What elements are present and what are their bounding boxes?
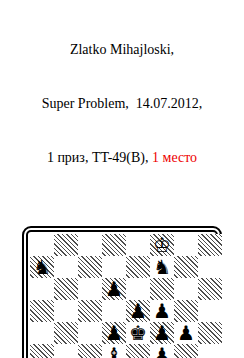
square-a3 — [30, 344, 54, 358]
square-a7: ♞ — [30, 256, 54, 278]
square-a4 — [30, 322, 54, 344]
chess-board: ♔♞♞♟♟♟♟♚♟♟♝♟♙♟♗♜ — [30, 234, 222, 358]
award-place-highlight: 1 место — [152, 150, 197, 165]
square-h7 — [198, 256, 222, 278]
square-h8 — [198, 234, 222, 256]
square-h6 — [198, 278, 222, 300]
board-outer-frame: ♔♞♞♟♟♟♟♚♟♟♝♟♙♟♗♜ — [22, 226, 222, 358]
square-c3 — [78, 344, 102, 358]
black-pawn-f3: ♟ — [153, 344, 171, 358]
square-d7 — [102, 256, 126, 278]
square-b4 — [54, 322, 78, 344]
square-f4: ♟ — [150, 322, 174, 344]
square-c8 — [78, 234, 102, 256]
square-d8 — [102, 234, 126, 256]
source-and-date: Super Problem, 14.07.2012, — [0, 95, 244, 113]
square-g3 — [174, 344, 198, 358]
square-d3: ♝ — [102, 344, 126, 358]
square-c6 — [78, 278, 102, 300]
square-b8 — [54, 234, 78, 256]
square-b3 — [54, 344, 78, 358]
black-pawn-d6: ♟ — [105, 278, 123, 300]
black-pawn-d4: ♟ — [105, 322, 123, 344]
white-king-f8: ♔ — [153, 234, 171, 256]
chess-problem-page: Zlatko Mihajloski, Super Problem, 14.07.… — [0, 5, 244, 358]
square-d5 — [102, 300, 126, 322]
author-name: Zlatko Mihajloski, — [0, 41, 244, 59]
square-a5 — [30, 300, 54, 322]
black-king-e4: ♚ — [129, 322, 147, 344]
square-a8 — [30, 234, 54, 256]
black-pawn-f4: ♟ — [153, 322, 171, 344]
square-h4 — [198, 322, 222, 344]
square-e7 — [126, 256, 150, 278]
square-c7 — [78, 256, 102, 278]
square-f7: ♞ — [150, 256, 174, 278]
square-b7 — [54, 256, 78, 278]
award-line: 1 приз, TT-49(B), 1 место — [0, 149, 244, 167]
square-f6 — [150, 278, 174, 300]
black-knight-a7: ♞ — [33, 256, 51, 278]
square-a6 — [30, 278, 54, 300]
square-e6 — [126, 278, 150, 300]
black-pawn-g4: ♟ — [177, 322, 195, 344]
square-f3: ♟ — [150, 344, 174, 358]
square-e8 — [126, 234, 150, 256]
square-f8: ♔ — [150, 234, 174, 256]
square-g6 — [174, 278, 198, 300]
square-c4 — [78, 322, 102, 344]
black-bishop-d3: ♝ — [105, 344, 123, 358]
square-h3 — [198, 344, 222, 358]
square-b5 — [54, 300, 78, 322]
award-prize: 1 приз, TT-49(B), — [47, 150, 152, 165]
black-pawn-e5: ♟ — [129, 300, 147, 322]
black-knight-f7: ♞ — [153, 256, 171, 278]
square-d4: ♟ — [102, 322, 126, 344]
square-g4: ♟ — [174, 322, 198, 344]
square-h5 — [198, 300, 222, 322]
square-c5 — [78, 300, 102, 322]
black-pawn-f5: ♟ — [153, 300, 171, 322]
square-d6: ♟ — [102, 278, 126, 300]
square-g5 — [174, 300, 198, 322]
square-e5: ♟ — [126, 300, 150, 322]
square-b6 — [54, 278, 78, 300]
square-e3 — [126, 344, 150, 358]
square-e4: ♚ — [126, 322, 150, 344]
square-g7 — [174, 256, 198, 278]
problem-header: Zlatko Mihajloski, Super Problem, 14.07.… — [0, 5, 244, 203]
square-g8 — [174, 234, 198, 256]
square-f5: ♟ — [150, 300, 174, 322]
board-inner-frame: ♔♞♞♟♟♟♟♚♟♟♝♟♙♟♗♜ — [26, 230, 218, 358]
